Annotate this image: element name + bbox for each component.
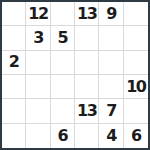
cell-r5c4-given-number: 13 bbox=[75, 99, 99, 123]
cell-r5c2-empty[interactable] bbox=[26, 99, 50, 123]
cell-r4c3-empty[interactable] bbox=[51, 75, 75, 99]
cell-r3c3-empty[interactable] bbox=[51, 51, 75, 75]
cell-r6c1-empty[interactable] bbox=[2, 124, 26, 148]
cell-r2c5-empty[interactable] bbox=[99, 26, 123, 50]
cell-r2c3-given-number: 5 bbox=[51, 26, 75, 50]
cell-r2c6-empty[interactable] bbox=[124, 26, 148, 50]
cell-r1c6-empty[interactable] bbox=[124, 2, 148, 26]
cell-r5c6-empty[interactable] bbox=[124, 99, 148, 123]
cell-r6c6-given-number: 6 bbox=[124, 124, 148, 148]
cell-r4c5-empty[interactable] bbox=[99, 75, 123, 99]
cell-r5c1-empty[interactable] bbox=[2, 99, 26, 123]
cell-r4c6-given-number: 10 bbox=[124, 75, 148, 99]
cell-r1c1-empty[interactable] bbox=[2, 2, 26, 26]
cell-r1c5-given-number: 9 bbox=[99, 2, 123, 26]
cell-r4c1-empty[interactable] bbox=[2, 75, 26, 99]
cell-r3c6-empty[interactable] bbox=[124, 51, 148, 75]
cell-r5c3-empty[interactable] bbox=[51, 99, 75, 123]
cell-r3c1-given-number: 2 bbox=[2, 51, 26, 75]
cell-r3c2-empty[interactable] bbox=[26, 51, 50, 75]
cell-r3c5-empty[interactable] bbox=[99, 51, 123, 75]
cell-r2c4-empty[interactable] bbox=[75, 26, 99, 50]
cell-r6c3-given-number: 6 bbox=[51, 124, 75, 148]
cell-r3c4-empty[interactable] bbox=[75, 51, 99, 75]
cell-r2c1-empty[interactable] bbox=[2, 26, 26, 50]
cell-r1c3-empty[interactable] bbox=[51, 2, 75, 26]
puzzle-board: 1213935210137646 bbox=[0, 0, 150, 150]
cell-r4c2-empty[interactable] bbox=[26, 75, 50, 99]
cell-r2c2-given-number: 3 bbox=[26, 26, 50, 50]
cell-r4c4-empty[interactable] bbox=[75, 75, 99, 99]
cell-r6c4-empty[interactable] bbox=[75, 124, 99, 148]
cell-r5c5-given-number: 7 bbox=[99, 99, 123, 123]
cell-r6c5-given-number: 4 bbox=[99, 124, 123, 148]
cell-r1c2-given-number: 12 bbox=[26, 2, 50, 26]
cell-r1c4-given-number: 13 bbox=[75, 2, 99, 26]
cell-r6c2-empty[interactable] bbox=[26, 124, 50, 148]
